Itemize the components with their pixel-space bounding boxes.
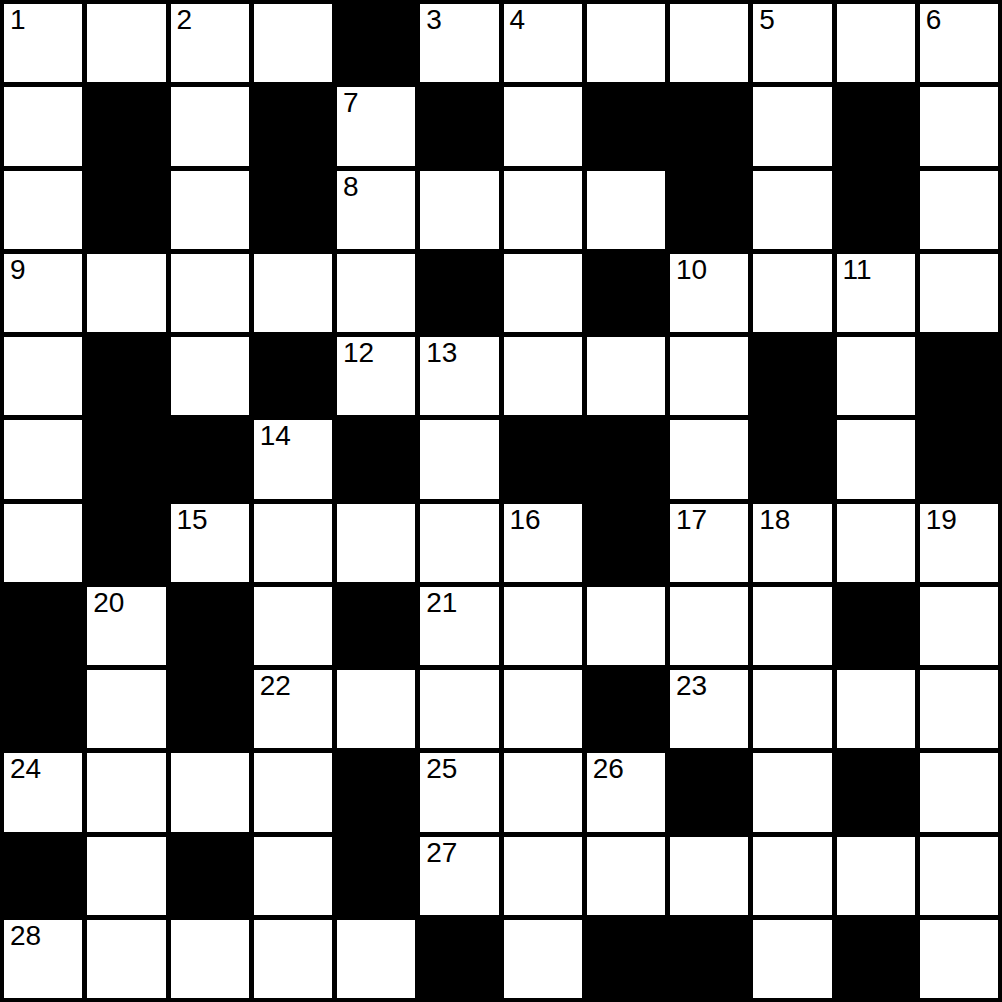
clue-number-21: 21	[426, 589, 457, 617]
letter-cell-r6-c9[interactable]: 18	[753, 504, 831, 582]
block-cell-r5-c7	[587, 420, 665, 498]
letter-cell-r10-c6[interactable]	[504, 837, 582, 915]
letter-cell-r4-c0[interactable]	[4, 337, 82, 415]
clue-number-15: 15	[177, 506, 208, 534]
block-cell-r1-c10	[837, 87, 915, 165]
clue-number-28: 28	[10, 922, 41, 950]
letter-cell-r11-c0[interactable]: 28	[4, 920, 82, 998]
block-cell-r7-c10	[837, 587, 915, 665]
letter-cell-r9-c3[interactable]	[254, 753, 332, 831]
block-cell-r6-c7	[587, 504, 665, 582]
block-cell-r8-c0	[4, 670, 82, 748]
letter-cell-r6-c0[interactable]	[4, 504, 82, 582]
block-cell-r10-c0	[4, 837, 82, 915]
letter-cell-r11-c6[interactable]	[504, 920, 582, 998]
letter-cell-r1-c4[interactable]: 7	[337, 87, 415, 165]
block-cell-r11-c8	[670, 920, 748, 998]
letter-cell-r3-c2[interactable]	[171, 254, 249, 332]
letter-cell-r0-c9[interactable]: 5	[753, 4, 831, 82]
letter-cell-r7-c7[interactable]	[587, 587, 665, 665]
letter-cell-r4-c2[interactable]	[171, 337, 249, 415]
letter-cell-r7-c1[interactable]: 20	[87, 587, 165, 665]
letter-cell-r8-c6[interactable]	[504, 670, 582, 748]
block-cell-r9-c10	[837, 753, 915, 831]
block-cell-r2-c10	[837, 171, 915, 249]
block-cell-r11-c7	[587, 920, 665, 998]
clue-number-3: 3	[426, 6, 442, 34]
letter-cell-r8-c5[interactable]	[420, 670, 498, 748]
letter-cell-r3-c8[interactable]: 10	[670, 254, 748, 332]
letter-cell-r6-c6[interactable]: 16	[504, 504, 582, 582]
block-cell-r9-c8	[670, 753, 748, 831]
letter-cell-r3-c3[interactable]	[254, 254, 332, 332]
letter-cell-r6-c5[interactable]	[420, 504, 498, 582]
clue-number-4: 4	[510, 6, 526, 34]
letter-cell-r2-c5[interactable]	[420, 171, 498, 249]
letter-cell-r3-c6[interactable]	[504, 254, 582, 332]
letter-cell-r9-c11[interactable]	[920, 753, 998, 831]
letter-cell-r8-c11[interactable]	[920, 670, 998, 748]
block-cell-r3-c7	[587, 254, 665, 332]
letter-cell-r0-c11[interactable]: 6	[920, 4, 998, 82]
clue-number-6: 6	[926, 6, 942, 34]
letter-cell-r11-c9[interactable]	[753, 920, 831, 998]
letter-cell-r11-c3[interactable]	[254, 920, 332, 998]
block-cell-r1-c1	[87, 87, 165, 165]
block-cell-r4-c11	[920, 337, 998, 415]
letter-cell-r6-c2[interactable]: 15	[171, 504, 249, 582]
clue-number-12: 12	[343, 339, 374, 367]
block-cell-r6-c1	[87, 504, 165, 582]
clue-number-10: 10	[676, 256, 707, 284]
letter-cell-r6-c4[interactable]	[337, 504, 415, 582]
letter-cell-r3-c0[interactable]: 9	[4, 254, 82, 332]
letter-cell-r8-c8[interactable]: 23	[670, 670, 748, 748]
letter-cell-r2-c4[interactable]: 8	[337, 171, 415, 249]
letter-cell-r9-c0[interactable]: 24	[4, 753, 82, 831]
letter-cell-r7-c11[interactable]	[920, 587, 998, 665]
letter-cell-r2-c11[interactable]	[920, 171, 998, 249]
letter-cell-r10-c10[interactable]	[837, 837, 915, 915]
clue-number-26: 26	[593, 755, 624, 783]
clue-number-14: 14	[260, 422, 291, 450]
letter-cell-r1-c6[interactable]	[504, 87, 582, 165]
clue-number-24: 24	[10, 755, 41, 783]
block-cell-r9-c4	[337, 753, 415, 831]
letter-cell-r5-c3[interactable]: 14	[254, 420, 332, 498]
letter-cell-r6-c10[interactable]	[837, 504, 915, 582]
letter-cell-r0-c5[interactable]: 3	[420, 4, 498, 82]
letter-cell-r8-c9[interactable]	[753, 670, 831, 748]
letter-cell-r1-c11[interactable]	[920, 87, 998, 165]
letter-cell-r0-c7[interactable]	[587, 4, 665, 82]
letter-cell-r4-c6[interactable]	[504, 337, 582, 415]
letter-cell-r10-c5[interactable]: 27	[420, 837, 498, 915]
clue-number-18: 18	[759, 506, 790, 534]
letter-cell-r10-c7[interactable]	[587, 837, 665, 915]
letter-cell-r4-c7[interactable]	[587, 337, 665, 415]
block-cell-r4-c9	[753, 337, 831, 415]
clue-number-13: 13	[426, 339, 457, 367]
letter-cell-r4-c8[interactable]	[670, 337, 748, 415]
block-cell-r7-c0	[4, 587, 82, 665]
letter-cell-r4-c5[interactable]: 13	[420, 337, 498, 415]
letter-cell-r1-c2[interactable]	[171, 87, 249, 165]
crossword-grid: 1234567891011121314151617181920212223242…	[0, 0, 1002, 1002]
letter-cell-r10-c3[interactable]	[254, 837, 332, 915]
letter-cell-r7-c5[interactable]: 21	[420, 587, 498, 665]
letter-cell-r5-c0[interactable]	[4, 420, 82, 498]
letter-cell-r3-c9[interactable]	[753, 254, 831, 332]
clue-number-22: 22	[260, 672, 291, 700]
clue-number-25: 25	[426, 755, 457, 783]
letter-cell-r9-c6[interactable]	[504, 753, 582, 831]
clue-number-20: 20	[93, 589, 124, 617]
block-cell-r2-c1	[87, 171, 165, 249]
block-cell-r1-c5	[420, 87, 498, 165]
letter-cell-r11-c1[interactable]	[87, 920, 165, 998]
letter-cell-r0-c8[interactable]	[670, 4, 748, 82]
block-cell-r2-c3	[254, 171, 332, 249]
letter-cell-r9-c1[interactable]	[87, 753, 165, 831]
letter-cell-r11-c4[interactable]	[337, 920, 415, 998]
letter-cell-r10-c8[interactable]	[670, 837, 748, 915]
letter-cell-r10-c11[interactable]	[920, 837, 998, 915]
block-cell-r8-c2	[171, 670, 249, 748]
letter-cell-r0-c10[interactable]	[837, 4, 915, 82]
letter-cell-r3-c10[interactable]: 11	[837, 254, 915, 332]
block-cell-r7-c2	[171, 587, 249, 665]
clue-number-2: 2	[177, 6, 193, 34]
block-cell-r11-c10	[837, 920, 915, 998]
letter-cell-r2-c9[interactable]	[753, 171, 831, 249]
block-cell-r0-c4	[337, 4, 415, 82]
clue-number-16: 16	[510, 506, 541, 534]
letter-cell-r7-c9[interactable]	[753, 587, 831, 665]
letter-cell-r5-c8[interactable]	[670, 420, 748, 498]
letter-cell-r2-c0[interactable]	[4, 171, 82, 249]
block-cell-r5-c6	[504, 420, 582, 498]
block-cell-r1-c8	[670, 87, 748, 165]
block-cell-r5-c9	[753, 420, 831, 498]
letter-cell-r6-c3[interactable]	[254, 504, 332, 582]
letter-cell-r10-c1[interactable]	[87, 837, 165, 915]
block-cell-r10-c4	[337, 837, 415, 915]
letter-cell-r8-c1[interactable]	[87, 670, 165, 748]
letter-cell-r8-c10[interactable]	[837, 670, 915, 748]
letter-cell-r7-c3[interactable]	[254, 587, 332, 665]
block-cell-r2-c8	[670, 171, 748, 249]
block-cell-r1-c7	[587, 87, 665, 165]
clue-number-7: 7	[343, 89, 359, 117]
letter-cell-r5-c10[interactable]	[837, 420, 915, 498]
letter-cell-r0-c0[interactable]: 1	[4, 4, 82, 82]
block-cell-r3-c5	[420, 254, 498, 332]
letter-cell-r4-c10[interactable]	[837, 337, 915, 415]
letter-cell-r6-c11[interactable]: 19	[920, 504, 998, 582]
letter-cell-r5-c5[interactable]	[420, 420, 498, 498]
block-cell-r7-c4	[337, 587, 415, 665]
letter-cell-r4-c4[interactable]: 12	[337, 337, 415, 415]
block-cell-r5-c2	[171, 420, 249, 498]
block-cell-r11-c5	[420, 920, 498, 998]
clue-number-5: 5	[759, 6, 775, 34]
letter-cell-r9-c7[interactable]: 26	[587, 753, 665, 831]
clue-number-8: 8	[343, 173, 359, 201]
block-cell-r5-c1	[87, 420, 165, 498]
letter-cell-r11-c2[interactable]	[171, 920, 249, 998]
clue-number-19: 19	[926, 506, 957, 534]
block-cell-r4-c1	[87, 337, 165, 415]
clue-number-27: 27	[426, 839, 457, 867]
letter-cell-r10-c9[interactable]	[753, 837, 831, 915]
letter-cell-r0-c1[interactable]	[87, 4, 165, 82]
block-cell-r10-c2	[171, 837, 249, 915]
letter-cell-r2-c7[interactable]	[587, 171, 665, 249]
letter-cell-r1-c9[interactable]	[753, 87, 831, 165]
letter-cell-r3-c11[interactable]	[920, 254, 998, 332]
letter-cell-r2-c6[interactable]	[504, 171, 582, 249]
letter-cell-r7-c8[interactable]	[670, 587, 748, 665]
letter-cell-r11-c11[interactable]	[920, 920, 998, 998]
clue-number-1: 1	[10, 6, 26, 34]
letter-cell-r3-c4[interactable]	[337, 254, 415, 332]
letter-cell-r8-c3[interactable]: 22	[254, 670, 332, 748]
block-cell-r5-c4	[337, 420, 415, 498]
letter-cell-r2-c2[interactable]	[171, 171, 249, 249]
letter-cell-r0-c6[interactable]: 4	[504, 4, 582, 82]
letter-cell-r1-c0[interactable]	[4, 87, 82, 165]
block-cell-r8-c7	[587, 670, 665, 748]
letter-cell-r7-c6[interactable]	[504, 587, 582, 665]
clue-number-23: 23	[676, 672, 707, 700]
block-cell-r1-c3	[254, 87, 332, 165]
letter-cell-r9-c2[interactable]	[171, 753, 249, 831]
letter-cell-r0-c2[interactable]: 2	[171, 4, 249, 82]
letter-cell-r8-c4[interactable]	[337, 670, 415, 748]
clue-number-9: 9	[10, 256, 26, 284]
block-cell-r5-c11	[920, 420, 998, 498]
letter-cell-r0-c3[interactable]	[254, 4, 332, 82]
letter-cell-r3-c1[interactable]	[87, 254, 165, 332]
letter-cell-r9-c9[interactable]	[753, 753, 831, 831]
letter-cell-r6-c8[interactable]: 17	[670, 504, 748, 582]
letter-cell-r9-c5[interactable]: 25	[420, 753, 498, 831]
clue-number-11: 11	[843, 256, 872, 284]
block-cell-r4-c3	[254, 337, 332, 415]
clue-number-17: 17	[676, 506, 707, 534]
